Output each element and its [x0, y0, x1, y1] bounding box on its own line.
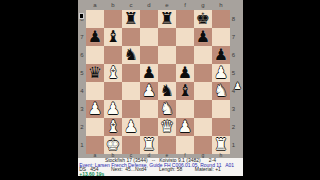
black-knight: ♞ — [122, 46, 140, 64]
black-to-move-indicator — [79, 13, 84, 19]
square-h1[interactable]: ♜ — [212, 136, 230, 154]
black-pawn: ♟ — [86, 28, 104, 46]
square-e4[interactable]: ♞ — [158, 82, 176, 100]
square-c3[interactable] — [122, 100, 140, 118]
file-label-a: a — [86, 1, 104, 10]
square-d2[interactable] — [140, 118, 158, 136]
rank-labels-left: 87654321 — [78, 10, 86, 154]
letterbox-left — [0, 0, 78, 180]
square-d4[interactable]: ♟ — [140, 82, 158, 100]
square-e1[interactable] — [158, 136, 176, 154]
black-rook: ♜ — [158, 10, 176, 28]
square-f5[interactable]: ♟ — [176, 64, 194, 82]
chess-gui: abcdefgh 87654321 ♜♜♚♟♝♟♞♟♛♝♟♟♟♟♞♝♞♟♟♞♝♟… — [78, 0, 243, 180]
square-d8[interactable] — [140, 10, 158, 28]
square-a1[interactable] — [86, 136, 104, 154]
square-e8[interactable]: ♜ — [158, 10, 176, 28]
square-f3[interactable] — [176, 100, 194, 118]
square-f4[interactable]: ♝ — [176, 82, 194, 100]
square-g2[interactable] — [194, 118, 212, 136]
white-rook: ♜ — [140, 136, 158, 154]
white-pawn: ♟ — [86, 100, 104, 118]
rank-label-3: 3 — [230, 100, 237, 118]
square-c5[interactable] — [122, 64, 140, 82]
square-b6[interactable] — [104, 46, 122, 64]
white-pawn: ♟ — [212, 64, 230, 82]
square-g3[interactable] — [194, 100, 212, 118]
square-h7[interactable] — [212, 28, 230, 46]
file-label-h: h — [212, 1, 230, 10]
white-king: ♚ — [104, 136, 122, 154]
square-a4[interactable] — [86, 82, 104, 100]
black-king: ♚ — [194, 10, 212, 28]
square-b1[interactable]: ♚ — [104, 136, 122, 154]
rank-label-2: 2 — [230, 118, 237, 136]
file-label-d: d — [140, 1, 158, 10]
square-a7[interactable]: ♟ — [86, 28, 104, 46]
square-c6[interactable]: ♞ — [122, 46, 140, 64]
square-g5[interactable] — [194, 64, 212, 82]
rank-label-5: 5 — [78, 64, 86, 82]
file-label-f: f — [176, 1, 194, 10]
black-knight: ♞ — [158, 82, 176, 100]
white-bishop: ♝ — [104, 64, 122, 82]
square-d6[interactable] — [140, 46, 158, 64]
square-a8[interactable] — [86, 10, 104, 28]
black-bishop: ♝ — [104, 28, 122, 46]
square-a2[interactable] — [86, 118, 104, 136]
white-pawn: ♟ — [122, 118, 140, 136]
white-knight: ♞ — [158, 100, 176, 118]
rank-label-6: 6 — [78, 46, 86, 64]
square-e7[interactable] — [158, 28, 176, 46]
black-pawn: ♟ — [140, 64, 158, 82]
white-pawn: ♟ — [140, 82, 158, 100]
square-e2[interactable]: ♛ — [158, 118, 176, 136]
square-b2[interactable]: ♝ — [104, 118, 122, 136]
square-f2[interactable]: ♟ — [176, 118, 194, 136]
square-h5[interactable]: ♟ — [212, 64, 230, 82]
rank-label-8: 8 — [230, 10, 237, 28]
black-bishop: ♝ — [176, 82, 194, 100]
square-c4[interactable] — [122, 82, 140, 100]
rank-label-3: 3 — [78, 100, 86, 118]
square-b3[interactable]: ♟ — [104, 100, 122, 118]
rank-label-1: 1 — [230, 136, 237, 154]
square-a5[interactable]: ♛ — [86, 64, 104, 82]
rank-label-4: 4 — [78, 82, 86, 100]
square-g7[interactable]: ♟ — [194, 28, 212, 46]
square-f1[interactable] — [176, 136, 194, 154]
square-h8[interactable] — [212, 10, 230, 28]
game-info-panel: Stockfish 17 (3544) -- Koivisto 9.1 (348… — [78, 158, 243, 176]
white-pawn-material-icon: ♟ — [232, 80, 243, 92]
square-b7[interactable]: ♝ — [104, 28, 122, 46]
square-c7[interactable] — [122, 28, 140, 46]
white-pawn: ♟ — [104, 100, 122, 118]
rank-label-7: 7 — [230, 28, 237, 46]
square-d5[interactable]: ♟ — [140, 64, 158, 82]
rank-label-6: 6 — [230, 46, 237, 64]
white-rook: ♜ — [212, 136, 230, 154]
square-c2[interactable]: ♟ — [122, 118, 140, 136]
black-pawn: ♟ — [212, 46, 230, 64]
black-queen: ♛ — [86, 64, 104, 82]
white-bishop: ♝ — [104, 118, 122, 136]
white-pawn: ♟ — [176, 118, 194, 136]
square-b5[interactable]: ♝ — [104, 64, 122, 82]
square-b8[interactable] — [104, 10, 122, 28]
board-squares: ♜♜♚♟♝♟♞♟♛♝♟♟♟♟♞♝♞♟♟♞♝♟♛♟♚♜♜ — [86, 10, 230, 154]
rank-label-2: 2 — [78, 118, 86, 136]
square-a6[interactable] — [86, 46, 104, 64]
rank-label-7: 7 — [78, 28, 86, 46]
square-e5[interactable] — [158, 64, 176, 82]
square-e3[interactable]: ♞ — [158, 100, 176, 118]
rank-label-1: 1 — [78, 136, 86, 154]
square-e6[interactable] — [158, 46, 176, 64]
square-a3[interactable]: ♟ — [86, 100, 104, 118]
square-d7[interactable] — [140, 28, 158, 46]
file-label-b: b — [104, 1, 122, 10]
letterbox-right — [243, 0, 320, 180]
square-c8[interactable]: ♜ — [122, 10, 140, 28]
square-g4[interactable] — [194, 82, 212, 100]
square-d1[interactable]: ♜ — [140, 136, 158, 154]
square-f7[interactable] — [176, 28, 194, 46]
square-h3[interactable] — [212, 100, 230, 118]
square-h2[interactable] — [212, 118, 230, 136]
square-h4[interactable]: ♞ — [212, 82, 230, 100]
white-queen: ♛ — [158, 118, 176, 136]
black-pawn: ♟ — [176, 64, 194, 82]
square-f6[interactable] — [176, 46, 194, 64]
square-d3[interactable] — [140, 100, 158, 118]
black-pawn: ♟ — [194, 28, 212, 46]
footer-bar — [78, 176, 243, 180]
square-c1[interactable] — [122, 136, 140, 154]
black-rook: ♜ — [122, 10, 140, 28]
square-f8[interactable] — [176, 10, 194, 28]
square-h6[interactable]: ♟ — [212, 46, 230, 64]
square-b4[interactable] — [104, 82, 122, 100]
material-difference: ♟ — [232, 80, 243, 92]
white-knight: ♞ — [212, 82, 230, 100]
square-g8[interactable]: ♚ — [194, 10, 212, 28]
square-g6[interactable] — [194, 46, 212, 64]
square-g1[interactable] — [194, 136, 212, 154]
